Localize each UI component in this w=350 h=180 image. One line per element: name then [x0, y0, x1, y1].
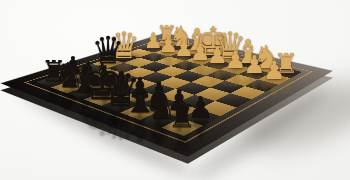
piece-black-rook[interactable]: ♜: [168, 100, 197, 132]
photo-scene: ♜♞♟♝♟♚♟♛♛♟♛♝♟♞♟♜♟♟♟♟♜♟♞♟♝♟♚♟♛♟♝♟♞♜ ♜♞♟♝♟…: [0, 0, 350, 180]
piece-white-pawn[interactable]: ♟: [263, 58, 286, 83]
